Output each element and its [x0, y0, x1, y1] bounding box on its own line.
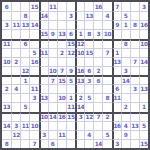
cell-r1c11[interactable]: 16: [93, 2, 102, 11]
cell-r5c6[interactable]: [48, 39, 57, 48]
cell-r4c9[interactable]: 1: [75, 29, 84, 38]
cell-r10c9[interactable]: [75, 84, 84, 93]
cell-r3c3[interactable]: 13: [20, 20, 29, 29]
cell-r10c2[interactable]: 4: [11, 84, 20, 93]
cell-r13c5[interactable]: 10: [39, 112, 48, 121]
cell-r9c15[interactable]: [130, 75, 139, 84]
cell-r15c4[interactable]: [29, 130, 38, 139]
cell-r5c1[interactable]: 11: [2, 39, 11, 48]
cell-r8c1[interactable]: [2, 66, 11, 75]
cell-r6c11[interactable]: [93, 48, 102, 57]
cell-r8c3[interactable]: 12: [20, 66, 29, 75]
cell-r14c12[interactable]: [102, 121, 111, 130]
cell-r3c11[interactable]: [93, 20, 102, 29]
cell-r13c8[interactable]: 15: [66, 112, 75, 121]
cell-r8c7[interactable]: 7: [57, 66, 66, 75]
cell-r4c8[interactable]: 6: [66, 29, 75, 38]
cell-r10c5[interactable]: [39, 84, 48, 93]
cell-r2c12[interactable]: 4: [102, 11, 111, 20]
cell-r12c2[interactable]: [11, 102, 20, 111]
sudoku-board: 6151116738143134531113149181615913618310…: [0, 0, 150, 150]
cell-r3c7[interactable]: [57, 20, 66, 29]
cell-r9c13[interactable]: [112, 75, 121, 84]
cell-r3c8[interactable]: [66, 20, 75, 29]
cell-r10c11[interactable]: [93, 84, 102, 93]
cell-r15c12[interactable]: 5: [102, 130, 111, 139]
cell-r11c12[interactable]: 8: [102, 93, 111, 102]
cell-r1c3[interactable]: [20, 2, 29, 11]
cell-r10c8[interactable]: [66, 84, 75, 93]
cell-r2c3[interactable]: 8: [20, 11, 29, 20]
cell-r8c13[interactable]: [112, 66, 121, 75]
cell-r4c12[interactable]: 10: [102, 29, 111, 38]
cell-r7c5[interactable]: [39, 57, 48, 66]
cell-r6c5[interactable]: 11: [39, 48, 48, 57]
cell-r12c1[interactable]: 13: [2, 102, 11, 111]
cell-r12c16[interactable]: 1: [139, 102, 148, 111]
cell-r5c2[interactable]: [11, 39, 20, 48]
cell-r5c9[interactable]: 12: [75, 39, 84, 48]
cell-r12c14[interactable]: 2: [121, 102, 130, 111]
cell-r7c14[interactable]: [121, 57, 130, 66]
cell-r16c3[interactable]: [20, 139, 29, 148]
cell-r14c10[interactable]: [84, 121, 93, 130]
cell-r9c12[interactable]: [102, 75, 111, 84]
cell-r10c12[interactable]: [102, 84, 111, 93]
cell-r5c16[interactable]: 10: [139, 39, 148, 48]
cell-r8c8[interactable]: 9: [66, 66, 75, 75]
cell-r7c8[interactable]: [66, 57, 75, 66]
cell-r13c9[interactable]: 3: [75, 112, 84, 121]
cell-r8c9[interactable]: 16: [75, 66, 84, 75]
cell-r1c15[interactable]: [130, 2, 139, 11]
cell-r11c6[interactable]: [48, 93, 57, 102]
cell-r10c4[interactable]: 11: [29, 84, 38, 93]
cell-r9c7[interactable]: 15: [57, 75, 66, 84]
cell-r13c15[interactable]: [130, 112, 139, 121]
cell-r15c10[interactable]: 4: [84, 130, 93, 139]
cell-r1c5[interactable]: [39, 2, 48, 11]
cell-r3c9[interactable]: [75, 20, 84, 29]
cell-r8c16[interactable]: [139, 66, 148, 75]
cell-r4c1[interactable]: [2, 29, 11, 38]
cell-r5c10[interactable]: [84, 39, 93, 48]
cell-r9c6[interactable]: 7: [48, 75, 57, 84]
cell-r6c14[interactable]: [121, 48, 130, 57]
cell-r14c11[interactable]: [93, 121, 102, 130]
cell-r15c7[interactable]: 11: [57, 130, 66, 139]
cell-r14c4[interactable]: 10: [29, 121, 38, 130]
cell-r13c6[interactable]: 14: [48, 112, 57, 121]
cell-r1c8[interactable]: [66, 2, 75, 11]
cell-r2c16[interactable]: [139, 11, 148, 20]
cell-r5c12[interactable]: [102, 39, 111, 48]
cell-r8c15[interactable]: [130, 66, 139, 75]
cell-r3c4[interactable]: 14: [29, 20, 38, 29]
cell-r7c4[interactable]: 16: [29, 57, 38, 66]
cell-r16c4[interactable]: 7: [29, 139, 38, 148]
cell-r3c2[interactable]: 11: [11, 20, 20, 29]
cell-r3c10[interactable]: [84, 20, 93, 29]
cell-r4c5[interactable]: 15: [39, 29, 48, 38]
cell-r14c15[interactable]: 13: [130, 121, 139, 130]
cell-r14c8[interactable]: [66, 121, 75, 130]
cell-r8c4[interactable]: [29, 66, 38, 75]
cell-r16c2[interactable]: [11, 139, 20, 148]
cell-r15c11[interactable]: [93, 130, 102, 139]
cell-r3c12[interactable]: [102, 20, 111, 29]
cell-r16c6[interactable]: 6: [48, 139, 57, 148]
cell-r6c6[interactable]: [48, 48, 57, 57]
cell-r12c4[interactable]: [29, 102, 38, 111]
cell-r13c10[interactable]: 12: [84, 112, 93, 121]
cell-r12c6[interactable]: [48, 102, 57, 111]
cell-r1c4[interactable]: 15: [29, 2, 38, 11]
cell-r11c14[interactable]: [121, 93, 130, 102]
cell-r12c15[interactable]: [130, 102, 139, 111]
cell-r9c1[interactable]: [2, 75, 11, 84]
cell-r7c3[interactable]: [20, 57, 29, 66]
cell-r16c10[interactable]: [84, 139, 93, 148]
cell-r4c16[interactable]: [139, 29, 148, 38]
cell-r7c10[interactable]: [84, 57, 93, 66]
cell-r16c9[interactable]: [75, 139, 84, 148]
cell-r12c11[interactable]: [93, 102, 102, 111]
cell-r4c10[interactable]: 8: [84, 29, 93, 38]
cell-r8c5[interactable]: [39, 66, 48, 75]
cell-r14c9[interactable]: [75, 121, 84, 130]
cell-r15c2[interactable]: 12: [11, 130, 20, 139]
cell-r2c7[interactable]: [57, 11, 66, 20]
cell-r16c1[interactable]: 8: [2, 139, 11, 148]
cell-r4c14[interactable]: [121, 29, 130, 38]
cell-r13c2[interactable]: [11, 112, 20, 121]
cell-r10c7[interactable]: [57, 84, 66, 93]
cell-r1c2[interactable]: [11, 2, 20, 11]
cell-r14c1[interactable]: 14: [2, 121, 11, 130]
cell-r13c14[interactable]: [121, 112, 130, 121]
cell-r15c8[interactable]: [66, 130, 75, 139]
cell-r15c1[interactable]: [2, 130, 11, 139]
cell-r1c14[interactable]: [121, 2, 130, 11]
cell-r2c2[interactable]: [11, 11, 20, 20]
cell-r11c8[interactable]: 1: [66, 93, 75, 102]
cell-r1c13[interactable]: 7: [112, 2, 121, 11]
cell-r11c2[interactable]: [11, 93, 20, 102]
cell-r14c14[interactable]: 4: [121, 121, 130, 130]
cell-r1c16[interactable]: 3: [139, 2, 148, 11]
cell-r2c15[interactable]: [130, 11, 139, 20]
cell-r10c6[interactable]: [48, 84, 57, 93]
cell-r4c7[interactable]: 13: [57, 29, 66, 38]
cell-r4c6[interactable]: 9: [48, 29, 57, 38]
cell-r16c15[interactable]: [130, 139, 139, 148]
cell-r12c7[interactable]: [57, 102, 66, 111]
cell-r14c7[interactable]: [57, 121, 66, 130]
cell-r7c16[interactable]: 14: [139, 57, 148, 66]
cell-r11c9[interactable]: 2: [75, 93, 84, 102]
cell-r12c5[interactable]: [39, 102, 48, 111]
cell-r9c9[interactable]: 13: [75, 75, 84, 84]
cell-r3c5[interactable]: [39, 20, 48, 29]
cell-r6c16[interactable]: [139, 48, 148, 57]
cell-r7c13[interactable]: 13: [112, 57, 121, 66]
cell-r5c13[interactable]: [112, 39, 121, 48]
cell-r8c10[interactable]: 6: [84, 66, 93, 75]
cell-r13c16[interactable]: [139, 112, 148, 121]
cell-r7c11[interactable]: [93, 57, 102, 66]
cell-r9c3[interactable]: 1: [20, 75, 29, 84]
cell-r7c9[interactable]: [75, 57, 84, 66]
cell-r12c8[interactable]: 11: [66, 102, 75, 111]
cell-r10c1[interactable]: 2: [2, 84, 11, 93]
cell-r4c2[interactable]: [11, 29, 20, 38]
cell-r2c14[interactable]: 5: [121, 11, 130, 20]
cell-r16c7[interactable]: [57, 139, 66, 148]
cell-r16c12[interactable]: [102, 139, 111, 148]
cell-r2c10[interactable]: 13: [84, 11, 93, 20]
cell-r6c13[interactable]: 1: [112, 48, 121, 57]
cell-r6c12[interactable]: 7: [102, 48, 111, 57]
cell-r4c15[interactable]: [130, 29, 139, 38]
cell-r1c10[interactable]: [84, 2, 93, 11]
cell-r11c15[interactable]: [130, 93, 139, 102]
cell-r16c16[interactable]: 15: [139, 139, 148, 148]
cell-r10c14[interactable]: [121, 84, 130, 93]
cell-r6c8[interactable]: 12: [66, 48, 75, 57]
cell-r16c14[interactable]: [121, 139, 130, 148]
cell-r8c11[interactable]: 2: [93, 66, 102, 75]
cell-r6c10[interactable]: 15: [84, 48, 93, 57]
cell-r16c5[interactable]: [39, 139, 48, 148]
cell-r4c4[interactable]: [29, 29, 38, 38]
cell-r8c6[interactable]: 10: [48, 66, 57, 75]
cell-r3c13[interactable]: 9: [112, 20, 121, 29]
cell-r9c5[interactable]: [39, 75, 48, 84]
cell-r9c16[interactable]: [139, 75, 148, 84]
cell-r1c12[interactable]: [102, 2, 111, 11]
cell-r13c11[interactable]: 7: [93, 112, 102, 121]
cell-r2c4[interactable]: [29, 11, 38, 20]
cell-r8c2[interactable]: [11, 66, 20, 75]
cell-r11c3[interactable]: [20, 93, 29, 102]
cell-r13c1[interactable]: [2, 112, 11, 121]
cell-r15c13[interactable]: [112, 130, 121, 139]
cell-r14c2[interactable]: 3: [11, 121, 20, 130]
cell-r7c12[interactable]: [102, 57, 111, 66]
cell-r13c4[interactable]: [29, 112, 38, 121]
cell-r3c14[interactable]: 1: [121, 20, 130, 29]
cell-r4c3[interactable]: [20, 29, 29, 38]
cell-r16c13[interactable]: 3: [112, 139, 121, 148]
cell-r7c6[interactable]: [48, 57, 57, 66]
cell-r15c9[interactable]: [75, 130, 84, 139]
cell-r13c3[interactable]: [20, 112, 29, 121]
cell-r14c16[interactable]: 5: [139, 121, 148, 130]
cell-r5c8[interactable]: 15: [66, 39, 75, 48]
cell-r14c3[interactable]: 11: [20, 121, 29, 130]
cell-r15c16[interactable]: [139, 130, 148, 139]
cell-r4c13[interactable]: [112, 29, 121, 38]
cell-r15c6[interactable]: [48, 130, 57, 139]
cell-r9c4[interactable]: [29, 75, 38, 84]
cell-r9c14[interactable]: 14: [121, 75, 130, 84]
cell-r3c1[interactable]: 3: [2, 20, 11, 29]
cell-r2c6[interactable]: [48, 11, 57, 20]
cell-r10c15[interactable]: 3: [130, 84, 139, 93]
cell-r11c4[interactable]: 3: [29, 93, 38, 102]
cell-r5c11[interactable]: [93, 39, 102, 48]
cell-r13c13[interactable]: [112, 112, 121, 121]
cell-r9c10[interactable]: 3: [84, 75, 93, 84]
cell-r11c13[interactable]: 11: [112, 93, 121, 102]
cell-r14c13[interactable]: 16: [112, 121, 121, 130]
cell-r11c10[interactable]: 5: [84, 93, 93, 102]
cell-r1c1[interactable]: 6: [2, 2, 11, 11]
cell-r12c12[interactable]: [102, 102, 111, 111]
cell-r7c15[interactable]: 7: [130, 57, 139, 66]
cell-r4c11[interactable]: 3: [93, 29, 102, 38]
cell-r15c15[interactable]: [130, 130, 139, 139]
cell-r9c2[interactable]: [11, 75, 20, 84]
cell-r16c11[interactable]: 14: [93, 139, 102, 148]
cell-r1c6[interactable]: 11: [48, 2, 57, 11]
cell-r12c3[interactable]: 5: [20, 102, 29, 111]
cell-r6c3[interactable]: [20, 48, 29, 57]
cell-r3c15[interactable]: 8: [130, 20, 139, 29]
cell-r10c3[interactable]: [20, 84, 29, 93]
cell-r2c13[interactable]: [112, 11, 121, 20]
cell-r8c14[interactable]: 3: [121, 66, 130, 75]
cell-r12c13[interactable]: [112, 102, 121, 111]
cell-r5c14[interactable]: 8: [121, 39, 130, 48]
cell-r2c5[interactable]: 14: [39, 11, 48, 20]
cell-r11c7[interactable]: 10: [57, 93, 66, 102]
cell-r9c11[interactable]: 6: [93, 75, 102, 84]
cell-r11c11[interactable]: [93, 93, 102, 102]
cell-r12c10[interactable]: [84, 102, 93, 111]
cell-r14c5[interactable]: [39, 121, 48, 130]
cell-r5c5[interactable]: [39, 39, 48, 48]
cell-r1c9[interactable]: [75, 2, 84, 11]
cell-r1c7[interactable]: [57, 2, 66, 11]
cell-r6c2[interactable]: [11, 48, 20, 57]
cell-r13c7[interactable]: 16: [57, 112, 66, 121]
cell-r10c10[interactable]: [84, 84, 93, 93]
cell-r15c5[interactable]: 3: [39, 130, 48, 139]
cell-r8c12[interactable]: [102, 66, 111, 75]
cell-r12c9[interactable]: 14: [75, 102, 84, 111]
cell-r14c6[interactable]: [48, 121, 57, 130]
cell-r7c1[interactable]: 10: [2, 57, 11, 66]
cell-r9c8[interactable]: 5: [66, 75, 75, 84]
cell-r11c5[interactable]: 13: [39, 93, 48, 102]
cell-r16c8[interactable]: [66, 139, 75, 148]
cell-r11c16[interactable]: [139, 93, 148, 102]
cell-r15c3[interactable]: [20, 130, 29, 139]
cell-r3c6[interactable]: [48, 20, 57, 29]
cell-r6c7[interactable]: 2: [57, 48, 66, 57]
cell-r2c1[interactable]: [2, 11, 11, 20]
cell-r6c1[interactable]: [2, 48, 11, 57]
cell-r2c9[interactable]: [75, 11, 84, 20]
cell-r5c15[interactable]: [130, 39, 139, 48]
cell-r6c4[interactable]: 5: [29, 48, 38, 57]
cell-r11c1[interactable]: [2, 93, 11, 102]
cell-r2c11[interactable]: [93, 11, 102, 20]
cell-r10c13[interactable]: 6: [112, 84, 121, 93]
cell-r5c4[interactable]: [29, 39, 38, 48]
cell-r6c9[interactable]: 10: [75, 48, 84, 57]
cell-r13c12[interactable]: 2: [102, 112, 111, 121]
cell-r7c2[interactable]: 2: [11, 57, 20, 66]
cell-r5c3[interactable]: 6: [20, 39, 29, 48]
cell-r2c8[interactable]: 3: [66, 11, 75, 20]
cell-r15c14[interactable]: 9: [121, 130, 130, 139]
cell-r6c15[interactable]: [130, 48, 139, 57]
cell-r3c16[interactable]: 16: [139, 20, 148, 29]
cell-r7c7[interactable]: [57, 57, 66, 66]
cell-r5c7[interactable]: [57, 39, 66, 48]
cell-r10c16[interactable]: 13: [139, 84, 148, 93]
